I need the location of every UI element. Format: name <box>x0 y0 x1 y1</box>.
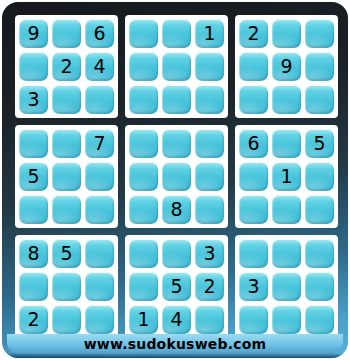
cell-r2c3: 4 <box>85 52 114 81</box>
cell-r9c1: 2 <box>19 305 48 334</box>
cell-r9c9[interactable] <box>305 305 334 334</box>
cell-r8c7: 3 <box>239 272 268 301</box>
cell-r4c1[interactable] <box>19 129 48 158</box>
cell-r2c5[interactable] <box>162 52 191 81</box>
sudoku-app-frame: 96243129758651852352143 www.sudokusweb.c… <box>2 2 348 358</box>
sudoku-board: 96243129758651852352143 <box>15 15 338 338</box>
cell-r7c4[interactable] <box>129 239 158 268</box>
cell-r7c7[interactable] <box>239 239 268 268</box>
cell-r5c3[interactable] <box>85 162 114 191</box>
cell-r4c3: 7 <box>85 129 114 158</box>
box-3-2: 35214 <box>125 235 228 338</box>
cell-r9c4: 1 <box>129 305 158 334</box>
cell-r8c9[interactable] <box>305 272 334 301</box>
cell-r3c9[interactable] <box>305 85 334 114</box>
cell-r6c7[interactable] <box>239 195 268 224</box>
cell-r7c6: 3 <box>195 239 224 268</box>
cell-r1c2[interactable] <box>52 19 81 48</box>
box-3-3: 3 <box>235 235 338 338</box>
cell-r6c6[interactable] <box>195 195 224 224</box>
cell-r4c9: 5 <box>305 129 334 158</box>
cell-r5c6[interactable] <box>195 162 224 191</box>
cell-r8c1[interactable] <box>19 272 48 301</box>
cell-r1c5[interactable] <box>162 19 191 48</box>
cell-r2c8: 9 <box>272 52 301 81</box>
box-1-3: 29 <box>235 15 338 118</box>
cell-r6c9[interactable] <box>305 195 334 224</box>
cell-r6c1[interactable] <box>19 195 48 224</box>
box-2-1: 75 <box>15 125 118 228</box>
cell-r9c5: 4 <box>162 305 191 334</box>
cell-r3c6[interactable] <box>195 85 224 114</box>
cell-r7c2: 5 <box>52 239 81 268</box>
cell-r3c1: 3 <box>19 85 48 114</box>
cell-r2c2: 2 <box>52 52 81 81</box>
cell-r7c5[interactable] <box>162 239 191 268</box>
cell-r1c6: 1 <box>195 19 224 48</box>
cell-r5c1: 5 <box>19 162 48 191</box>
cell-r9c2[interactable] <box>52 305 81 334</box>
cell-r4c8[interactable] <box>272 129 301 158</box>
cell-r4c7: 6 <box>239 129 268 158</box>
cell-r5c7[interactable] <box>239 162 268 191</box>
cell-r9c3[interactable] <box>85 305 114 334</box>
cell-r3c4[interactable] <box>129 85 158 114</box>
cell-r9c8[interactable] <box>272 305 301 334</box>
cell-r1c9[interactable] <box>305 19 334 48</box>
cell-r5c5[interactable] <box>162 162 191 191</box>
cell-r7c1: 8 <box>19 239 48 268</box>
cell-r3c3[interactable] <box>85 85 114 114</box>
box-2-3: 651 <box>235 125 338 228</box>
cell-r9c6[interactable] <box>195 305 224 334</box>
cell-r4c2[interactable] <box>52 129 81 158</box>
cell-r4c6[interactable] <box>195 129 224 158</box>
cell-r8c6: 2 <box>195 272 224 301</box>
cell-r3c5[interactable] <box>162 85 191 114</box>
footer-band: www.sudokusweb.com <box>7 334 343 354</box>
cell-r7c3[interactable] <box>85 239 114 268</box>
cell-r8c4[interactable] <box>129 272 158 301</box>
cell-r6c4[interactable] <box>129 195 158 224</box>
cell-r2c9[interactable] <box>305 52 334 81</box>
cell-r7c8[interactable] <box>272 239 301 268</box>
cell-r6c5: 8 <box>162 195 191 224</box>
site-link[interactable]: www.sudokusweb.com <box>84 336 267 352</box>
cell-r2c6[interactable] <box>195 52 224 81</box>
cell-r1c1: 9 <box>19 19 48 48</box>
cell-r1c7: 2 <box>239 19 268 48</box>
cell-r8c5: 5 <box>162 272 191 301</box>
cell-r8c3[interactable] <box>85 272 114 301</box>
cell-r6c8[interactable] <box>272 195 301 224</box>
cell-r2c1[interactable] <box>19 52 48 81</box>
cell-r4c5[interactable] <box>162 129 191 158</box>
box-3-1: 852 <box>15 235 118 338</box>
cell-r8c2[interactable] <box>52 272 81 301</box>
cell-r3c2[interactable] <box>52 85 81 114</box>
box-2-2: 8 <box>125 125 228 228</box>
cell-r5c2[interactable] <box>52 162 81 191</box>
cell-r5c8: 1 <box>272 162 301 191</box>
cell-r4c4[interactable] <box>129 129 158 158</box>
cell-r2c7[interactable] <box>239 52 268 81</box>
cell-r7c9[interactable] <box>305 239 334 268</box>
cell-r1c3: 6 <box>85 19 114 48</box>
cell-r2c4[interactable] <box>129 52 158 81</box>
box-1-2: 1 <box>125 15 228 118</box>
cell-r1c4[interactable] <box>129 19 158 48</box>
cell-r5c4[interactable] <box>129 162 158 191</box>
box-1-1: 96243 <box>15 15 118 118</box>
cell-r1c8[interactable] <box>272 19 301 48</box>
cell-r3c7[interactable] <box>239 85 268 114</box>
cell-r5c9[interactable] <box>305 162 334 191</box>
cell-r8c8[interactable] <box>272 272 301 301</box>
cell-r6c3[interactable] <box>85 195 114 224</box>
cell-r9c7[interactable] <box>239 305 268 334</box>
cell-r6c2[interactable] <box>52 195 81 224</box>
cell-r3c8[interactable] <box>272 85 301 114</box>
